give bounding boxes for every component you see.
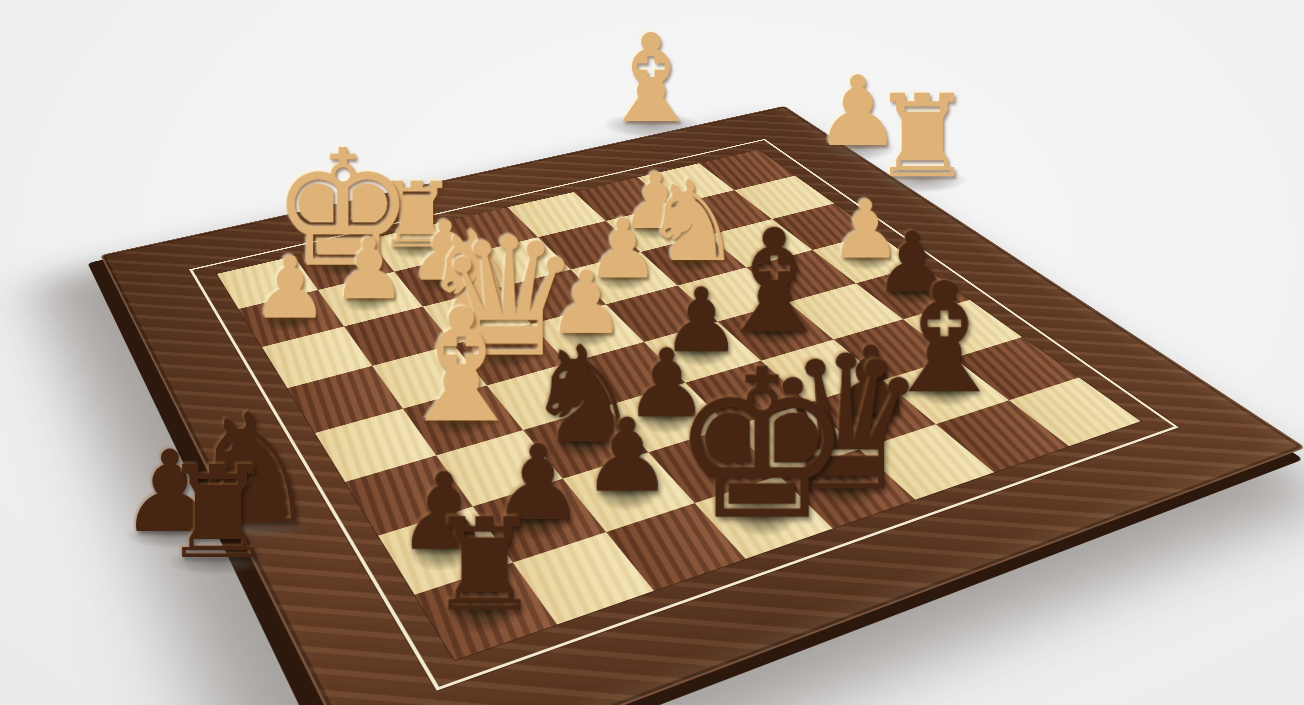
captured-white-rook[interactable]: ♜ [871,80,973,194]
stage: ♚♛♜♝♞♞♟♟♟♟♟♟♟♚♛♜♝♝♞♟♟♟♟♟♟♟ ♝♟♜♟♞♜ [0,0,1304,705]
square-a8[interactable] [1009,377,1141,446]
captured-white-bishop[interactable]: ♝ [596,18,705,140]
captured-black-rook[interactable]: ♜ [161,449,276,577]
square-f8[interactable] [606,503,746,591]
square-b8[interactable] [936,400,1069,472]
